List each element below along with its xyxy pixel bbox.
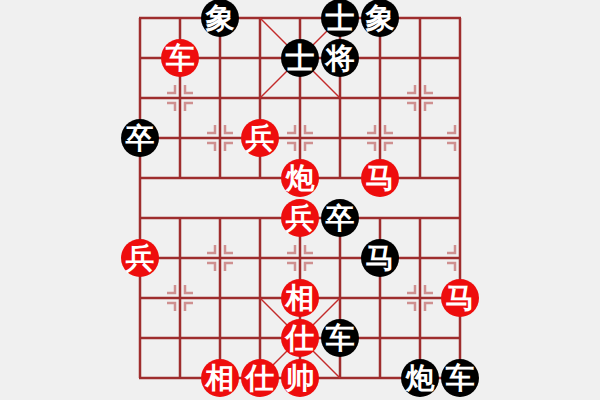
piece-black-advisor[interactable]: 士 bbox=[321, 0, 359, 37]
piece-red-elephant[interactable]: 相 bbox=[281, 279, 319, 317]
piece-black-elephant[interactable]: 象 bbox=[361, 0, 399, 37]
piece-red-horse[interactable]: 马 bbox=[361, 159, 399, 197]
piece-red-pawn[interactable]: 兵 bbox=[241, 119, 279, 157]
piece-black-elephant[interactable]: 象 bbox=[201, 0, 239, 37]
xiangqi-app-background: 象士象车士将卒兵炮马兵卒兵马相马仕车相仕帅炮车 bbox=[0, 0, 600, 400]
piece-black-chariot[interactable]: 车 bbox=[321, 319, 359, 357]
piece-red-advisor[interactable]: 仕 bbox=[281, 319, 319, 357]
piece-red-general[interactable]: 帅 bbox=[281, 359, 319, 397]
piece-red-cannon[interactable]: 炮 bbox=[281, 159, 319, 197]
piece-red-pawn[interactable]: 兵 bbox=[121, 239, 159, 277]
piece-red-elephant[interactable]: 相 bbox=[201, 359, 239, 397]
piece-black-general[interactable]: 将 bbox=[321, 39, 359, 77]
piece-red-horse[interactable]: 马 bbox=[441, 279, 479, 317]
piece-red-pawn[interactable]: 兵 bbox=[281, 199, 319, 237]
piece-red-advisor[interactable]: 仕 bbox=[241, 359, 279, 397]
piece-black-pawn[interactable]: 卒 bbox=[321, 199, 359, 237]
piece-red-chariot[interactable]: 车 bbox=[161, 39, 199, 77]
piece-grid: 象士象车士将卒兵炮马兵卒兵马相马仕车相仕帅炮车 bbox=[120, 0, 480, 398]
piece-black-cannon[interactable]: 炮 bbox=[401, 359, 439, 397]
piece-black-horse[interactable]: 马 bbox=[361, 239, 399, 277]
piece-black-chariot[interactable]: 车 bbox=[441, 359, 479, 397]
piece-black-pawn[interactable]: 卒 bbox=[121, 119, 159, 157]
piece-black-advisor[interactable]: 士 bbox=[281, 39, 319, 77]
